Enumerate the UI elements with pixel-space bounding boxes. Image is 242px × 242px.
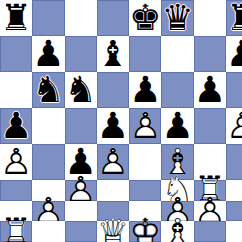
black-pawn: ♟	[226, 36, 242, 72]
white-knight-fill: ♞	[161, 180, 193, 201]
white-pawn-outline: ♙	[32, 201, 64, 222]
white-pawn-outline: ♙	[129, 108, 161, 144]
square-e1[interactable]: ♚♔	[129, 221, 161, 242]
white-bishop: ♝♗	[161, 144, 193, 180]
square-b8[interactable]	[32, 0, 64, 36]
white-pawn-fill: ♟	[65, 180, 97, 201]
white-queen: ♛♕	[97, 221, 129, 242]
black-pawn: ♟	[194, 72, 226, 108]
square-e4[interactable]	[129, 144, 161, 180]
black-queen: ♛	[161, 0, 193, 36]
square-c6[interactable]: ♞	[65, 72, 97, 108]
black-pawn: ♟	[97, 108, 129, 144]
white-queen-fill: ♛	[97, 221, 129, 242]
square-c7[interactable]	[65, 36, 97, 72]
white-bishop-outline: ♗	[161, 144, 193, 180]
white-pawn-fill: ♟	[32, 201, 64, 222]
white-rook-fill: ♜	[0, 221, 32, 242]
white-knight-outline: ♘	[161, 180, 193, 201]
square-e2[interactable]	[129, 201, 161, 222]
white-pawn-outline: ♙	[0, 144, 32, 180]
square-h7[interactable]: ♟	[226, 36, 242, 72]
square-a4[interactable]: ♟♙	[0, 144, 32, 180]
white-pawn-outline: ♙	[65, 180, 97, 201]
square-d4[interactable]: ♟♙	[97, 144, 129, 180]
square-a8[interactable]: ♜	[0, 0, 32, 36]
white-king: ♚♔	[129, 221, 161, 242]
square-d2[interactable]	[97, 201, 129, 222]
square-f2[interactable]: ♟♙	[161, 201, 193, 222]
square-b5[interactable]	[32, 108, 64, 144]
square-c3[interactable]: ♟♙	[65, 180, 97, 201]
square-g5[interactable]	[194, 108, 226, 144]
white-king-outline: ♔	[129, 221, 161, 242]
black-knight: ♞	[32, 72, 64, 108]
black-knight: ♞	[65, 72, 97, 108]
square-c2[interactable]	[65, 201, 97, 222]
white-pawn: ♟♙	[129, 108, 161, 144]
square-c1[interactable]	[65, 221, 97, 242]
chess-board: ♜♚♛♜♟♝♟♞♞♟♟♟♟♟♙♟♟♙♟♙♟♟♙♝♗♟♙♞♘♜♖♟♙♟♙♟♙♜♖♛…	[0, 0, 242, 242]
square-b1[interactable]	[32, 221, 64, 242]
white-pawn-outline: ♙	[226, 108, 242, 144]
square-f1[interactable]: ♝♗	[161, 221, 193, 242]
white-king-fill: ♚	[129, 221, 161, 242]
square-d6[interactable]	[97, 72, 129, 108]
square-e7[interactable]	[129, 36, 161, 72]
white-pawn-fill: ♟	[129, 108, 161, 144]
black-pawn: ♟	[32, 36, 64, 72]
white-knight: ♞♘	[161, 180, 193, 201]
square-g2[interactable]: ♟♙	[194, 201, 226, 222]
white-pawn-fill: ♟	[0, 144, 32, 180]
square-a7[interactable]	[0, 36, 32, 72]
black-pawn: ♟	[65, 144, 97, 180]
square-f6[interactable]	[161, 72, 193, 108]
square-a6[interactable]	[0, 72, 32, 108]
square-h3[interactable]	[226, 180, 242, 201]
square-f5[interactable]: ♟	[161, 108, 193, 144]
square-b7[interactable]: ♟	[32, 36, 64, 72]
square-g6[interactable]: ♟	[194, 72, 226, 108]
square-f8[interactable]: ♛	[161, 0, 193, 36]
square-b6[interactable]: ♞	[32, 72, 64, 108]
white-rook-outline: ♖	[194, 180, 226, 201]
square-g8[interactable]	[194, 0, 226, 36]
white-pawn: ♟♙	[194, 201, 226, 222]
white-queen-outline: ♕	[97, 221, 129, 242]
white-bishop-outline: ♗	[161, 221, 193, 242]
square-h1[interactable]	[226, 221, 242, 242]
black-bishop: ♝	[97, 36, 129, 72]
square-g3[interactable]: ♜♖	[194, 180, 226, 201]
white-bishop: ♝♗	[161, 221, 193, 242]
square-e8[interactable]: ♚	[129, 0, 161, 36]
white-pawn-outline: ♙	[161, 201, 193, 222]
white-rook-outline: ♖	[0, 221, 32, 242]
square-e3[interactable]	[129, 180, 161, 201]
white-pawn-fill: ♟	[194, 201, 226, 222]
square-h8[interactable]: ♜	[226, 0, 242, 36]
square-d3[interactable]	[97, 180, 129, 201]
square-d1[interactable]: ♛♕	[97, 221, 129, 242]
white-pawn: ♟♙	[0, 144, 32, 180]
square-a1[interactable]: ♜♖	[0, 221, 32, 242]
square-f3[interactable]: ♞♘	[161, 180, 193, 201]
square-a3[interactable]	[0, 180, 32, 201]
square-d5[interactable]: ♟	[97, 108, 129, 144]
black-pawn: ♟	[0, 108, 32, 144]
white-pawn: ♟♙	[97, 144, 129, 180]
white-pawn-outline: ♙	[194, 201, 226, 222]
square-d7[interactable]: ♝	[97, 36, 129, 72]
square-e5[interactable]: ♟♙	[129, 108, 161, 144]
white-pawn-outline: ♙	[97, 144, 129, 180]
square-a5[interactable]: ♟	[0, 108, 32, 144]
black-king: ♚	[129, 0, 161, 36]
white-pawn: ♟♙	[65, 180, 97, 201]
square-e6[interactable]: ♟	[129, 72, 161, 108]
square-f7[interactable]	[161, 36, 193, 72]
square-h4[interactable]	[226, 144, 242, 180]
square-h5[interactable]: ♟♙	[226, 108, 242, 144]
square-c4[interactable]: ♟	[65, 144, 97, 180]
square-b2[interactable]: ♟♙	[32, 201, 64, 222]
white-pawn-fill: ♟	[161, 201, 193, 222]
square-g7[interactable]	[194, 36, 226, 72]
square-b4[interactable]	[32, 144, 64, 180]
black-rook: ♜	[0, 0, 32, 36]
square-c5[interactable]	[65, 108, 97, 144]
square-g1[interactable]	[194, 221, 226, 242]
white-pawn: ♟♙	[226, 108, 242, 144]
black-rook: ♜	[226, 0, 242, 36]
white-rook: ♜♖	[194, 180, 226, 201]
black-pawn: ♟	[129, 72, 161, 108]
black-pawn: ♟	[161, 108, 193, 144]
square-h2[interactable]	[226, 201, 242, 222]
square-a2[interactable]	[0, 201, 32, 222]
white-rook: ♜♖	[0, 221, 32, 242]
white-bishop-fill: ♝	[161, 221, 193, 242]
square-f4[interactable]: ♝♗	[161, 144, 193, 180]
square-c8[interactable]	[65, 0, 97, 36]
white-pawn-fill: ♟	[226, 108, 242, 144]
white-pawn: ♟♙	[32, 201, 64, 222]
square-d8[interactable]	[97, 0, 129, 36]
white-pawn-fill: ♟	[97, 144, 129, 180]
square-g4[interactable]	[194, 144, 226, 180]
white-pawn: ♟♙	[161, 201, 193, 222]
white-rook-fill: ♜	[194, 180, 226, 201]
square-h6[interactable]	[226, 72, 242, 108]
white-bishop-fill: ♝	[161, 144, 193, 180]
square-b3[interactable]	[32, 180, 64, 201]
